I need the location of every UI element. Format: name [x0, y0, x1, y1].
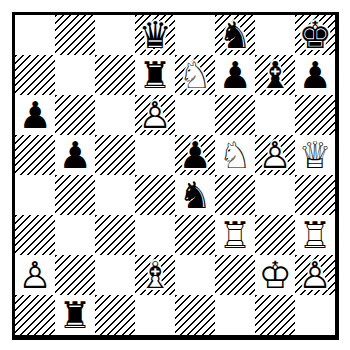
white-pawn-icon: ♙ [255, 135, 295, 175]
piece-fill-halo: ♛ [135, 15, 175, 55]
square-a2[interactable]: ♟♙ [15, 255, 55, 295]
square-f4[interactable] [215, 175, 255, 215]
square-b7[interactable] [55, 55, 95, 95]
square-h6[interactable] [295, 95, 335, 135]
square-f2[interactable] [215, 255, 255, 295]
square-c6[interactable] [95, 95, 135, 135]
square-b2[interactable] [55, 255, 95, 295]
square-h2[interactable]: ♟♙ [295, 255, 335, 295]
square-d4[interactable] [135, 175, 175, 215]
square-c3[interactable] [95, 215, 135, 255]
square-f5[interactable]: ♞♘ [215, 135, 255, 175]
square-d2[interactable]: ♝♗ [135, 255, 175, 295]
piece-fill-halo: ♝ [255, 55, 295, 95]
white-bishop-icon: ♗ [135, 255, 175, 295]
square-a7[interactable] [15, 55, 55, 95]
square-e6[interactable] [175, 95, 215, 135]
square-a6[interactable]: ♟♟ [15, 95, 55, 135]
square-b6[interactable] [55, 95, 95, 135]
white-pawn-icon: ♙ [135, 95, 175, 135]
square-c2[interactable] [95, 255, 135, 295]
square-f1[interactable] [215, 295, 255, 335]
piece-fill-halo: ♞ [215, 15, 255, 55]
square-e5[interactable]: ♟♟ [175, 135, 215, 175]
square-h3[interactable]: ♜♖ [295, 215, 335, 255]
piece-fill-halo: ♜ [55, 295, 95, 335]
chess-diagram: ♛♛♞♞♚♚♜♜♞♘♟♟♝♝♟♟♟♟♟♙♟♟♟♟♞♘♟♙♛♕♞♞♜♖♜♖♟♙♝♗… [0, 0, 350, 350]
piece-fill-halo: ♚ [255, 255, 295, 295]
square-f8[interactable]: ♞♞ [215, 15, 255, 55]
black-knight-icon: ♞ [175, 175, 215, 215]
square-g2[interactable]: ♚♔ [255, 255, 295, 295]
square-b1[interactable]: ♜♜ [55, 295, 95, 335]
black-rook-icon: ♜ [55, 295, 95, 335]
square-c8[interactable] [95, 15, 135, 55]
black-pawn-icon: ♟ [295, 55, 335, 95]
square-c7[interactable] [95, 55, 135, 95]
square-c4[interactable] [95, 175, 135, 215]
square-g5[interactable]: ♟♙ [255, 135, 295, 175]
square-e2[interactable] [175, 255, 215, 295]
piece-fill-halo: ♟ [215, 55, 255, 95]
square-g1[interactable] [255, 295, 295, 335]
white-pawn-icon: ♙ [15, 255, 55, 295]
black-pawn-icon: ♟ [175, 135, 215, 175]
square-f3[interactable]: ♜♖ [215, 215, 255, 255]
chess-board: ♛♛♞♞♚♚♜♜♞♘♟♟♝♝♟♟♟♟♟♙♟♟♟♟♞♘♟♙♛♕♞♞♜♖♜♖♟♙♝♗… [12, 12, 339, 340]
white-rook-icon: ♖ [215, 215, 255, 255]
piece-fill-halo: ♟ [55, 135, 95, 175]
square-a1[interactable] [15, 295, 55, 335]
piece-fill-halo: ♟ [295, 255, 335, 295]
piece-fill-halo: ♟ [15, 255, 55, 295]
square-d8[interactable]: ♛♛ [135, 15, 175, 55]
square-b4[interactable] [55, 175, 95, 215]
piece-fill-halo: ♟ [175, 135, 215, 175]
square-h1[interactable] [295, 295, 335, 335]
piece-fill-halo: ♞ [215, 135, 255, 175]
white-rook-icon: ♖ [295, 215, 335, 255]
square-e3[interactable] [175, 215, 215, 255]
piece-fill-halo: ♜ [215, 215, 255, 255]
piece-fill-halo: ♛ [295, 135, 335, 175]
square-g3[interactable] [255, 215, 295, 255]
white-knight-icon: ♘ [175, 55, 215, 95]
black-pawn-icon: ♟ [215, 55, 255, 95]
square-c1[interactable] [95, 295, 135, 335]
black-rook-icon: ♜ [135, 55, 175, 95]
square-d6[interactable]: ♟♙ [135, 95, 175, 135]
square-d7[interactable]: ♜♜ [135, 55, 175, 95]
piece-fill-halo: ♞ [175, 175, 215, 215]
square-b3[interactable] [55, 215, 95, 255]
black-queen-icon: ♛ [135, 15, 175, 55]
square-e8[interactable] [175, 15, 215, 55]
square-b5[interactable]: ♟♟ [55, 135, 95, 175]
piece-fill-halo: ♚ [295, 15, 335, 55]
piece-fill-halo: ♝ [135, 255, 175, 295]
piece-fill-halo: ♟ [15, 95, 55, 135]
black-pawn-icon: ♟ [55, 135, 95, 175]
piece-fill-halo: ♜ [295, 215, 335, 255]
black-pawn-icon: ♟ [15, 95, 55, 135]
piece-fill-halo: ♟ [295, 55, 335, 95]
square-c5[interactable] [95, 135, 135, 175]
square-g4[interactable] [255, 175, 295, 215]
square-e4[interactable]: ♞♞ [175, 175, 215, 215]
square-a5[interactable] [15, 135, 55, 175]
square-g6[interactable] [255, 95, 295, 135]
square-h5[interactable]: ♛♕ [295, 135, 335, 175]
square-e7[interactable]: ♞♘ [175, 55, 215, 95]
square-h8[interactable]: ♚♚ [295, 15, 335, 55]
piece-fill-halo: ♜ [135, 55, 175, 95]
square-a8[interactable] [15, 15, 55, 55]
square-f7[interactable]: ♟♟ [215, 55, 255, 95]
black-king-icon: ♚ [295, 15, 335, 55]
square-d1[interactable] [135, 295, 175, 335]
square-a3[interactable] [15, 215, 55, 255]
square-g8[interactable] [255, 15, 295, 55]
square-e1[interactable] [175, 295, 215, 335]
square-a4[interactable] [15, 175, 55, 215]
white-pawn-icon: ♙ [295, 255, 335, 295]
white-king-icon: ♔ [255, 255, 295, 295]
piece-fill-halo: ♟ [255, 135, 295, 175]
square-d5[interactable] [135, 135, 175, 175]
piece-fill-halo: ♟ [135, 95, 175, 135]
white-queen-icon: ♕ [295, 135, 335, 175]
black-bishop-icon: ♝ [255, 55, 295, 95]
square-d3[interactable] [135, 215, 175, 255]
piece-fill-halo: ♞ [175, 55, 215, 95]
square-h4[interactable] [295, 175, 335, 215]
square-g7[interactable]: ♝♝ [255, 55, 295, 95]
square-h7[interactable]: ♟♟ [295, 55, 335, 95]
square-b8[interactable] [55, 15, 95, 55]
square-f6[interactable] [215, 95, 255, 135]
white-knight-icon: ♘ [215, 135, 255, 175]
black-knight-icon: ♞ [215, 15, 255, 55]
